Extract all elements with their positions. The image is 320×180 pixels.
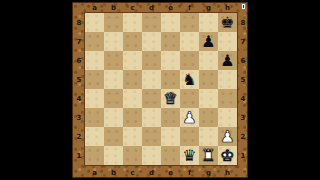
black-pawn[interactable]: ♟ <box>220 51 234 70</box>
square-c1[interactable] <box>123 146 142 165</box>
coordinate-label-d: d <box>142 167 161 179</box>
square-c8[interactable] <box>123 13 142 32</box>
coordinate-label-3: 3 <box>237 108 249 127</box>
square-b3[interactable] <box>104 108 123 127</box>
coordinate-label-3: 3 <box>73 108 85 127</box>
coordinate-label-f: f <box>180 3 199 13</box>
square-h6[interactable]: ♟ <box>218 51 237 70</box>
chess-board: ♚♟♟♞♛♟♟♛♜♚ <box>85 13 237 165</box>
square-e2[interactable] <box>161 127 180 146</box>
window-icon[interactable] <box>241 3 246 10</box>
square-c5[interactable] <box>123 70 142 89</box>
square-b4[interactable] <box>104 89 123 108</box>
square-f5[interactable]: ♞ <box>180 70 199 89</box>
square-b5[interactable] <box>104 70 123 89</box>
coordinate-label-1: 1 <box>237 146 249 165</box>
square-a5[interactable] <box>85 70 104 89</box>
coordinate-label-b: b <box>104 3 123 13</box>
coordinate-label-2: 2 <box>73 127 85 146</box>
coordinate-label-b: b <box>104 167 123 179</box>
coordinate-label-a: a <box>85 3 104 13</box>
coordinate-label-h: h <box>218 3 237 13</box>
square-g3[interactable] <box>199 108 218 127</box>
coordinate-label-a: a <box>85 167 104 179</box>
white-pawn[interactable]: ♟ <box>220 127 234 146</box>
rank-labels-left: 87654321 <box>73 13 85 165</box>
square-d7[interactable] <box>142 32 161 51</box>
black-pawn[interactable]: ♟ <box>201 32 215 51</box>
square-g1[interactable]: ♜ <box>199 146 218 165</box>
square-c2[interactable] <box>123 127 142 146</box>
coordinate-label-8: 8 <box>237 13 249 32</box>
square-f3[interactable]: ♟ <box>180 108 199 127</box>
square-e5[interactable] <box>161 70 180 89</box>
square-a3[interactable] <box>85 108 104 127</box>
square-g6[interactable] <box>199 51 218 70</box>
square-f7[interactable] <box>180 32 199 51</box>
square-a2[interactable] <box>85 127 104 146</box>
square-b2[interactable] <box>104 127 123 146</box>
coordinate-label-7: 7 <box>73 32 85 51</box>
white-pawn[interactable]: ♟ <box>182 108 196 127</box>
square-h1[interactable]: ♚ <box>218 146 237 165</box>
black-knight[interactable]: ♞ <box>182 70 196 89</box>
white-rook[interactable]: ♜ <box>201 146 215 165</box>
coordinate-label-1: 1 <box>73 146 85 165</box>
square-d5[interactable] <box>142 70 161 89</box>
coordinate-label-c: c <box>123 167 142 179</box>
square-b8[interactable] <box>104 13 123 32</box>
coordinate-label-4: 4 <box>237 89 249 108</box>
file-labels-bottom: abcdefgh <box>85 167 237 179</box>
square-d4[interactable] <box>142 89 161 108</box>
square-d2[interactable] <box>142 127 161 146</box>
square-d6[interactable] <box>142 51 161 70</box>
coordinate-label-8: 8 <box>73 13 85 32</box>
square-g2[interactable] <box>199 127 218 146</box>
square-a8[interactable] <box>85 13 104 32</box>
square-f6[interactable] <box>180 51 199 70</box>
square-h7[interactable] <box>218 32 237 51</box>
square-e7[interactable] <box>161 32 180 51</box>
square-h8[interactable]: ♚ <box>218 13 237 32</box>
square-c3[interactable] <box>123 108 142 127</box>
file-labels-top: abcdefgh <box>85 3 237 13</box>
square-d1[interactable] <box>142 146 161 165</box>
coordinate-label-c: c <box>123 3 142 13</box>
square-f4[interactable] <box>180 89 199 108</box>
letterbox-background: abcdefgh abcdefgh 87654321 87654321 ♚♟♟♞… <box>0 0 320 180</box>
chess-board-frame: abcdefgh abcdefgh 87654321 87654321 ♚♟♟♞… <box>72 2 248 178</box>
square-h5[interactable] <box>218 70 237 89</box>
square-e8[interactable] <box>161 13 180 32</box>
square-b7[interactable] <box>104 32 123 51</box>
coordinate-label-4: 4 <box>73 89 85 108</box>
square-g4[interactable] <box>199 89 218 108</box>
coordinate-label-5: 5 <box>237 70 249 89</box>
square-h3[interactable] <box>218 108 237 127</box>
square-h4[interactable] <box>218 89 237 108</box>
square-f8[interactable] <box>180 13 199 32</box>
square-g7[interactable]: ♟ <box>199 32 218 51</box>
coordinate-label-6: 6 <box>73 51 85 70</box>
coordinate-label-6: 6 <box>237 51 249 70</box>
coordinate-label-f: f <box>180 167 199 179</box>
square-e3[interactable] <box>161 108 180 127</box>
square-c4[interactable] <box>123 89 142 108</box>
square-e4[interactable]: ♛ <box>161 89 180 108</box>
square-c7[interactable] <box>123 32 142 51</box>
coordinate-label-5: 5 <box>73 70 85 89</box>
coordinate-label-h: h <box>218 167 237 179</box>
square-a4[interactable] <box>85 89 104 108</box>
coordinate-label-2: 2 <box>237 127 249 146</box>
square-b1[interactable] <box>104 146 123 165</box>
square-g8[interactable] <box>199 13 218 32</box>
coordinate-label-d: d <box>142 3 161 13</box>
square-b6[interactable] <box>104 51 123 70</box>
black-king[interactable]: ♚ <box>220 13 234 32</box>
rank-labels-right: 87654321 <box>237 13 249 165</box>
coordinate-label-7: 7 <box>237 32 249 51</box>
square-c6[interactable] <box>123 51 142 70</box>
square-g5[interactable] <box>199 70 218 89</box>
square-e6[interactable] <box>161 51 180 70</box>
square-d3[interactable] <box>142 108 161 127</box>
square-f1[interactable]: ♛ <box>180 146 199 165</box>
square-a1[interactable] <box>85 146 104 165</box>
square-f2[interactable] <box>180 127 199 146</box>
white-king[interactable]: ♚ <box>220 146 234 165</box>
white-queen[interactable]: ♛ <box>163 89 177 108</box>
coordinate-label-g: g <box>199 3 218 13</box>
coordinate-label-e: e <box>161 3 180 13</box>
square-a6[interactable] <box>85 51 104 70</box>
square-a7[interactable] <box>85 32 104 51</box>
black-queen[interactable]: ♛ <box>182 146 196 165</box>
coordinate-label-g: g <box>199 167 218 179</box>
coordinate-label-e: e <box>161 167 180 179</box>
square-h2[interactable]: ♟ <box>218 127 237 146</box>
square-e1[interactable] <box>161 146 180 165</box>
square-d8[interactable] <box>142 13 161 32</box>
